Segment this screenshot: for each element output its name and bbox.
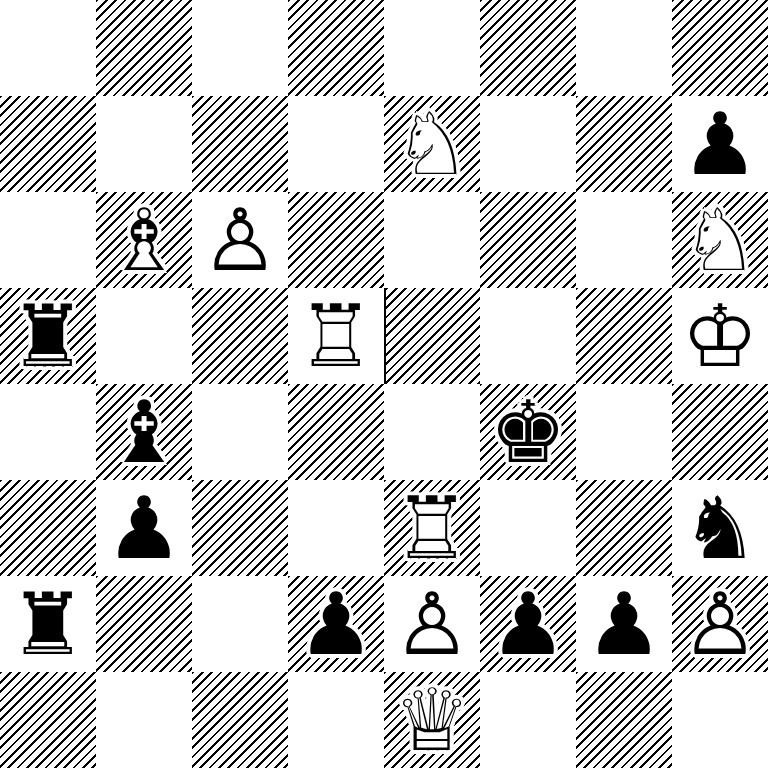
square-c7[interactable] — [192, 96, 288, 192]
square-h4[interactable] — [672, 384, 768, 480]
black-king-icon: ♚ — [480, 384, 576, 480]
square-c3[interactable] — [192, 480, 288, 576]
square-e4[interactable] — [384, 384, 480, 480]
square-e2[interactable]: ♟♙ — [384, 576, 480, 672]
white-knight-halo: ♞ — [672, 192, 768, 288]
black-pawn-halo: ♟ — [96, 480, 192, 576]
square-d2[interactable]: ♟♟ — [288, 576, 384, 672]
black-king-halo: ♚ — [480, 384, 576, 480]
white-pawn-halo: ♟ — [672, 576, 768, 672]
square-c8[interactable] — [192, 0, 288, 96]
white-queen-halo: ♛ — [384, 672, 480, 768]
white-king-halo: ♚ — [672, 288, 768, 384]
square-b2[interactable] — [96, 576, 192, 672]
square-g7[interactable] — [576, 96, 672, 192]
black-knight-halo: ♞ — [672, 480, 768, 576]
square-h5[interactable]: ♚♔ — [672, 288, 768, 384]
black-rook-icon: ♜ — [0, 576, 96, 672]
black-pawn-icon: ♟ — [288, 576, 384, 672]
square-b5[interactable] — [96, 288, 192, 384]
square-e3[interactable]: ♜♖ — [384, 480, 480, 576]
white-pawn-halo: ♟ — [384, 576, 480, 672]
square-h6[interactable]: ♞♘ — [672, 192, 768, 288]
square-g2[interactable]: ♟♟ — [576, 576, 672, 672]
square-g8[interactable] — [576, 0, 672, 96]
square-b3[interactable]: ♟♟ — [96, 480, 192, 576]
square-f7[interactable] — [480, 96, 576, 192]
square-e7[interactable]: ♞♘ — [384, 96, 480, 192]
square-c1[interactable] — [192, 672, 288, 768]
white-rook-halo: ♜ — [384, 480, 480, 576]
square-b6[interactable]: ♝♗ — [96, 192, 192, 288]
square-g5[interactable] — [576, 288, 672, 384]
square-g4[interactable] — [576, 384, 672, 480]
white-pawn-icon: ♙ — [192, 192, 288, 288]
square-b1[interactable] — [96, 672, 192, 768]
square-h8[interactable] — [672, 0, 768, 96]
black-rook-halo: ♜ — [0, 288, 96, 384]
white-knight-icon: ♘ — [672, 192, 768, 288]
square-c6[interactable]: ♟♙ — [192, 192, 288, 288]
square-h7[interactable]: ♟♟ — [672, 96, 768, 192]
white-pawn-icon: ♙ — [672, 576, 768, 672]
square-h1[interactable] — [672, 672, 768, 768]
black-pawn-icon: ♟ — [672, 96, 768, 192]
black-knight-icon: ♞ — [672, 480, 768, 576]
black-bishop-halo: ♝ — [96, 384, 192, 480]
black-pawn-halo: ♟ — [672, 96, 768, 192]
square-e8[interactable] — [384, 0, 480, 96]
square-e5[interactable] — [384, 288, 480, 384]
square-d8[interactable] — [288, 0, 384, 96]
white-bishop-icon: ♗ — [96, 192, 192, 288]
square-b8[interactable] — [96, 0, 192, 96]
square-f8[interactable] — [480, 0, 576, 96]
black-bishop-icon: ♝ — [96, 384, 192, 480]
white-knight-icon: ♘ — [384, 96, 480, 192]
square-g1[interactable] — [576, 672, 672, 768]
square-h3[interactable]: ♞♞ — [672, 480, 768, 576]
black-rook-halo: ♜ — [0, 576, 96, 672]
black-rook-icon: ♜ — [0, 288, 96, 384]
white-knight-halo: ♞ — [384, 96, 480, 192]
square-a3[interactable] — [0, 480, 96, 576]
square-f4[interactable]: ♚♚ — [480, 384, 576, 480]
square-a4[interactable] — [0, 384, 96, 480]
white-queen-icon: ♕ — [384, 672, 480, 768]
square-e1[interactable]: ♛♕ — [384, 672, 480, 768]
square-d6[interactable] — [288, 192, 384, 288]
square-f3[interactable] — [480, 480, 576, 576]
black-pawn-halo: ♟ — [288, 576, 384, 672]
white-pawn-icon: ♙ — [384, 576, 480, 672]
square-e6[interactable] — [384, 192, 480, 288]
square-a8[interactable] — [0, 0, 96, 96]
square-d4[interactable] — [288, 384, 384, 480]
square-g3[interactable] — [576, 480, 672, 576]
white-rook-icon: ♖ — [384, 480, 480, 576]
square-f2[interactable]: ♟♟ — [480, 576, 576, 672]
square-b4[interactable]: ♝♝ — [96, 384, 192, 480]
square-d1[interactable] — [288, 672, 384, 768]
square-g6[interactable] — [576, 192, 672, 288]
black-pawn-halo: ♟ — [480, 576, 576, 672]
black-pawn-halo: ♟ — [576, 576, 672, 672]
square-a7[interactable] — [0, 96, 96, 192]
black-pawn-icon: ♟ — [96, 480, 192, 576]
square-b7[interactable] — [96, 96, 192, 192]
square-f5[interactable] — [480, 288, 576, 384]
square-c2[interactable] — [192, 576, 288, 672]
white-bishop-halo: ♝ — [96, 192, 192, 288]
square-a6[interactable] — [0, 192, 96, 288]
square-c4[interactable] — [192, 384, 288, 480]
chess-board: ♞♘♟♟♝♗♟♙♞♘♜♜♜♖♚♔♝♝♚♚♟♟♜♖♞♞♜♜♟♟♟♙♟♟♟♟♟♙♛♕ — [0, 0, 768, 768]
black-pawn-icon: ♟ — [480, 576, 576, 672]
square-h2[interactable]: ♟♙ — [672, 576, 768, 672]
white-rook-halo: ♜ — [288, 288, 384, 384]
square-d5[interactable]: ♜♖ — [288, 288, 384, 384]
square-a5[interactable]: ♜♜ — [0, 288, 96, 384]
white-pawn-halo: ♟ — [192, 192, 288, 288]
square-f6[interactable] — [480, 192, 576, 288]
square-a2[interactable]: ♜♜ — [0, 576, 96, 672]
square-a1[interactable] — [0, 672, 96, 768]
square-d3[interactable] — [288, 480, 384, 576]
white-king-icon: ♔ — [672, 288, 768, 384]
square-c5[interactable] — [192, 288, 288, 384]
square-f1[interactable] — [480, 672, 576, 768]
white-rook-icon: ♖ — [288, 288, 384, 384]
square-d7[interactable] — [288, 96, 384, 192]
black-pawn-icon: ♟ — [576, 576, 672, 672]
